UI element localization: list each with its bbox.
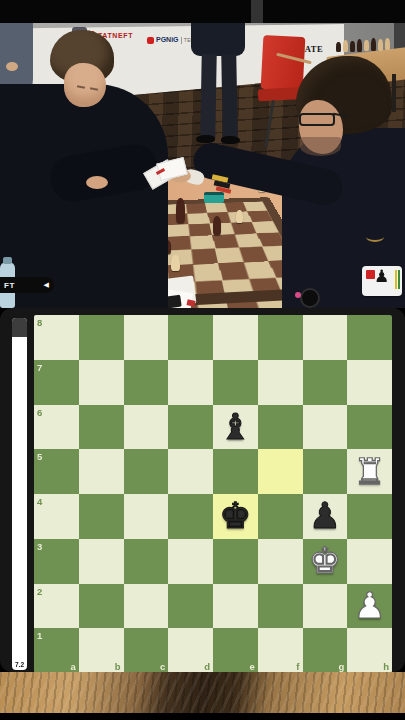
square-b3[interactable] bbox=[79, 539, 124, 584]
square-h2[interactable]: ♟ bbox=[347, 584, 392, 629]
square-c5[interactable] bbox=[124, 449, 169, 494]
square-b1[interactable]: b bbox=[79, 628, 124, 672]
square-e7[interactable] bbox=[213, 360, 258, 405]
file-label-c: c bbox=[160, 661, 165, 672]
table-clock bbox=[204, 192, 224, 203]
rank-label-6: 6 bbox=[37, 407, 42, 418]
mini-chess-piece bbox=[378, 39, 383, 51]
square-g5[interactable] bbox=[303, 449, 348, 494]
federation-logo-stripe bbox=[395, 270, 397, 289]
square-b4[interactable] bbox=[79, 494, 124, 539]
square-b6[interactable] bbox=[79, 405, 124, 450]
square-d2[interactable] bbox=[168, 584, 213, 629]
square-g6[interactable] bbox=[303, 405, 348, 450]
square-e1[interactable]: e bbox=[213, 628, 258, 672]
mini-chess-piece bbox=[357, 39, 362, 52]
vertical-video-frame: TATNEFT PGNiG TERMIKA MOKATE bbox=[0, 0, 405, 720]
federation-logo-pawn-icon: ♟ bbox=[374, 266, 389, 286]
mini-chess-piece bbox=[364, 40, 369, 51]
square-h1[interactable]: h bbox=[347, 628, 392, 672]
square-h7[interactable] bbox=[347, 360, 392, 405]
rank-label-2: 2 bbox=[37, 586, 42, 597]
mini-chess-piece bbox=[385, 38, 390, 50]
rank-label-4: 4 bbox=[37, 496, 42, 507]
square-e4[interactable]: ♚ bbox=[213, 494, 258, 539]
rank-label-8: 8 bbox=[37, 317, 42, 328]
square-g1[interactable]: g bbox=[303, 628, 348, 672]
square-e8[interactable] bbox=[213, 315, 258, 360]
jacket-logo bbox=[366, 232, 384, 242]
square-a6[interactable]: 6 bbox=[34, 405, 79, 450]
square-h4[interactable] bbox=[347, 494, 392, 539]
square-b8[interactable] bbox=[79, 315, 124, 360]
square-f3[interactable] bbox=[258, 539, 303, 584]
square-d6[interactable] bbox=[168, 405, 213, 450]
back-arrow-icon: ◀ bbox=[44, 281, 49, 289]
square-a2[interactable]: 2 bbox=[34, 584, 79, 629]
square-e6[interactable]: ♝ bbox=[213, 405, 258, 450]
square-a7[interactable]: 7 bbox=[34, 360, 79, 405]
wooden-white-pawn bbox=[171, 255, 180, 271]
federation-logo-stripe bbox=[398, 270, 400, 289]
player-left-hand bbox=[86, 176, 108, 189]
file-label-a: a bbox=[70, 661, 75, 672]
ticker-text: FT bbox=[4, 281, 15, 290]
letterbox-bottom-bar bbox=[0, 713, 405, 720]
letterbox-notch bbox=[251, 0, 263, 23]
rank-label-1: 1 bbox=[37, 630, 42, 641]
rank-label-3: 3 bbox=[37, 541, 42, 552]
file-label-d: d bbox=[204, 661, 210, 672]
square-g2[interactable] bbox=[303, 584, 348, 629]
file-label-f: f bbox=[296, 661, 299, 672]
analysis-panel: 7.2 876♝5♜4♚♟3♚2♟1abcdefgh bbox=[0, 308, 405, 672]
square-f4[interactable] bbox=[258, 494, 303, 539]
evaluation-bar: 7.2 bbox=[12, 318, 27, 670]
wooden-table-strip bbox=[0, 672, 405, 713]
rank-label-7: 7 bbox=[37, 362, 42, 373]
pgnig-icon bbox=[147, 37, 154, 44]
mini-chess-piece bbox=[343, 40, 348, 52]
mini-chess-piece bbox=[371, 38, 376, 51]
sponsor-pgnig: PGNiG bbox=[156, 36, 179, 43]
black-bishop[interactable]: ♝ bbox=[219, 405, 251, 449]
square-e3[interactable] bbox=[213, 539, 258, 584]
square-h3[interactable] bbox=[347, 539, 392, 584]
square-f7[interactable] bbox=[258, 360, 303, 405]
broadcast-photo: TATNEFT PGNiG TERMIKA MOKATE bbox=[0, 0, 405, 308]
square-c1[interactable]: c bbox=[124, 628, 169, 672]
square-g4[interactable]: ♟ bbox=[303, 494, 348, 539]
sponsor-divider bbox=[181, 37, 182, 44]
square-f8[interactable] bbox=[258, 315, 303, 360]
file-label-b: b bbox=[115, 661, 121, 672]
square-f6[interactable] bbox=[258, 405, 303, 450]
black-king[interactable]: ♚ bbox=[219, 494, 251, 538]
letterbox-top-bar bbox=[0, 0, 405, 23]
ticker-caption: FT ◀ bbox=[0, 277, 54, 293]
square-e2[interactable] bbox=[213, 584, 258, 629]
white-king[interactable]: ♚ bbox=[309, 539, 341, 583]
square-c4[interactable] bbox=[124, 494, 169, 539]
wooden-white-piece bbox=[236, 210, 243, 223]
wooden-black-king bbox=[176, 198, 185, 223]
square-c7[interactable] bbox=[124, 360, 169, 405]
mini-chess-piece bbox=[350, 41, 355, 52]
rank-label-5: 5 bbox=[37, 451, 42, 462]
evaluation-bar-black bbox=[12, 318, 27, 337]
arbiter-shoe bbox=[221, 136, 240, 144]
square-c3[interactable] bbox=[124, 539, 169, 584]
water-bottle-cap bbox=[3, 257, 12, 264]
square-d4[interactable] bbox=[168, 494, 213, 539]
square-a4[interactable]: 4 bbox=[34, 494, 79, 539]
square-b5[interactable] bbox=[79, 449, 124, 494]
file-label-e: e bbox=[249, 661, 254, 672]
evaluation-value: 7.2 bbox=[12, 661, 27, 668]
square-d5[interactable] bbox=[168, 449, 213, 494]
red-chair-back bbox=[261, 35, 306, 91]
square-d7[interactable] bbox=[168, 360, 213, 405]
square-a3[interactable]: 3 bbox=[34, 539, 79, 584]
arbiter-leg bbox=[221, 54, 237, 139]
bystander-hand bbox=[6, 62, 18, 71]
square-b7[interactable] bbox=[79, 360, 124, 405]
player-left-face bbox=[64, 63, 106, 107]
mini-chess-piece bbox=[336, 42, 341, 52]
square-f5[interactable] bbox=[258, 449, 303, 494]
glasses-icon bbox=[299, 113, 335, 126]
wristwatch bbox=[300, 288, 320, 308]
square-h8[interactable] bbox=[347, 315, 392, 360]
square-a8[interactable]: 8 bbox=[34, 315, 79, 360]
white-rook[interactable]: ♜ bbox=[353, 450, 385, 494]
square-e5[interactable] bbox=[213, 449, 258, 494]
square-c8[interactable] bbox=[124, 315, 169, 360]
square-g3[interactable]: ♚ bbox=[303, 539, 348, 584]
square-d3[interactable] bbox=[168, 539, 213, 584]
square-f2[interactable] bbox=[258, 584, 303, 629]
white-pawn[interactable]: ♟ bbox=[353, 584, 385, 628]
player-right-beard bbox=[300, 137, 341, 156]
analysis-board[interactable]: 876♝5♜4♚♟3♚2♟1abcdefgh bbox=[34, 315, 392, 672]
square-f1[interactable]: f bbox=[258, 628, 303, 672]
square-h5[interactable]: ♜ bbox=[347, 449, 392, 494]
square-a1[interactable]: 1a bbox=[34, 628, 79, 672]
square-d8[interactable] bbox=[168, 315, 213, 360]
square-c6[interactable] bbox=[124, 405, 169, 450]
side-table-leg bbox=[392, 74, 396, 112]
file-label-g: g bbox=[338, 661, 344, 672]
wooden-black-bishop bbox=[213, 216, 221, 235]
square-c2[interactable] bbox=[124, 584, 169, 629]
bead-bracelet bbox=[295, 292, 301, 298]
square-d1[interactable]: d bbox=[168, 628, 213, 672]
square-b2[interactable] bbox=[79, 584, 124, 629]
square-a5[interactable]: 5 bbox=[34, 449, 79, 494]
square-h6[interactable] bbox=[347, 405, 392, 450]
file-label-h: h bbox=[383, 661, 389, 672]
black-pawn[interactable]: ♟ bbox=[309, 494, 341, 538]
arbiter-torso bbox=[191, 23, 245, 56]
square-g8[interactable] bbox=[303, 315, 348, 360]
arbiter-leg bbox=[200, 54, 216, 138]
square-g7[interactable] bbox=[303, 360, 348, 405]
